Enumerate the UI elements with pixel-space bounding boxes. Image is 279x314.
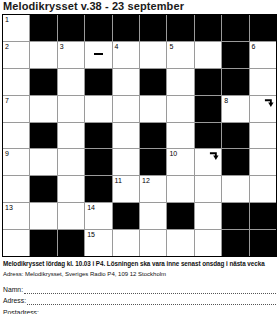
cell-r7c2 [30,176,56,202]
cell-r1c1[interactable]: 1 [3,15,29,41]
cell-r3c9 [222,69,248,95]
form-field-postadress: Postadress: [3,305,276,314]
crossword-grid: 123456789101112131415 [2,14,277,257]
page-title: Melodikrysset v.38 - 23 september [3,0,184,12]
postadress-dotted-line [40,309,276,314]
clue-number: 14 [87,203,95,212]
cell-r8c8[interactable] [195,203,221,229]
cell-r4c7[interactable] [167,96,193,122]
dash-symbol [94,53,103,56]
cell-r4c5[interactable] [113,96,139,122]
cell-r3c5[interactable] [113,69,139,95]
clue-number: 15 [87,230,95,239]
cell-r7c8[interactable] [195,176,221,202]
cell-r6c8[interactable] [195,149,221,175]
namn-label: Namn: [3,286,24,294]
cell-r4c1[interactable]: 7 [3,96,29,122]
cell-r9c8[interactable] [195,230,221,256]
clue-number: 12 [142,176,150,185]
cell-r4c6[interactable] [140,96,166,122]
down-arrow-icon [209,150,220,161]
cell-r1c9 [222,15,248,41]
footer: Melodikrysset lördag kl. 10.03 i P4. Lös… [3,260,276,314]
cell-r5c9 [222,123,248,149]
cell-r3c6 [140,69,166,95]
cell-r1c3 [58,15,84,41]
cell-r2c10[interactable]: 6 [250,42,276,68]
cell-r2c8[interactable] [195,42,221,68]
cell-r1c6 [140,15,166,41]
cell-r9c4[interactable]: 15 [85,230,111,256]
clue-number: 2 [5,42,9,51]
cell-r6c3[interactable] [58,149,84,175]
cell-r2c9 [222,42,248,68]
cell-r4c10[interactable] [250,96,276,122]
cell-r5c8 [195,123,221,149]
postadress-label: Postadress: [3,309,40,314]
cell-r4c8 [195,96,221,122]
cell-r6c10[interactable] [250,149,276,175]
cell-r5c10[interactable] [250,123,276,149]
cell-r6c5[interactable] [113,149,139,175]
cell-r5c4 [85,123,111,149]
cell-r9c1[interactable] [3,230,29,256]
cell-r8c2[interactable] [30,203,56,229]
cell-r5c3[interactable] [58,123,84,149]
cell-r1c2 [30,15,56,41]
cell-r7c5[interactable]: 11 [113,176,139,202]
cell-r3c1[interactable] [3,69,29,95]
clue-number: 1 [5,15,9,24]
clue-number: 5 [169,42,173,51]
clue-number: 3 [60,42,64,51]
cell-r5c2 [30,123,56,149]
cell-r8c9 [222,203,248,229]
cell-r7c3[interactable] [58,176,84,202]
clue-number: 7 [5,96,9,105]
melodikrysset-page: Melodikrysset v.38 - 23 september 123456… [0,0,279,314]
cell-r6c6 [140,149,166,175]
cell-r3c4 [85,69,111,95]
cell-r3c2 [30,69,56,95]
cell-r2c2[interactable] [30,42,56,68]
cell-r7c7[interactable] [167,176,193,202]
namn-dotted-line [24,286,276,294]
cell-r8c10 [250,203,276,229]
form-field-adress: Adress: [3,294,276,306]
cell-r9c7[interactable] [167,230,193,256]
cell-r6c1[interactable]: 9 [3,149,29,175]
clue-number: 9 [5,149,9,158]
cell-r9c10 [250,230,276,256]
cell-r8c3[interactable] [58,203,84,229]
cell-r7c9[interactable] [222,176,248,202]
cell-r4c3[interactable] [58,96,84,122]
cell-r7c1[interactable] [3,176,29,202]
cell-r9c9 [222,230,248,256]
clue-number: 11 [115,176,122,185]
cell-r5c1[interactable] [3,123,29,149]
cell-r8c4[interactable]: 14 [85,203,111,229]
broadcast-info: Melodikrysset lördag kl. 10.03 i P4. Lös… [3,260,276,267]
cell-r3c10[interactable] [250,69,276,95]
cell-r1c5 [113,15,139,41]
cell-r2c3[interactable]: 3 [58,42,84,68]
cell-r6c7[interactable]: 10 [167,149,193,175]
cell-r9c6[interactable] [140,230,166,256]
cell-r8c1[interactable]: 13 [3,203,29,229]
cell-r5c6 [140,123,166,149]
cell-r5c5[interactable] [113,123,139,149]
clue-number: 13 [5,203,13,212]
cell-r2c7[interactable]: 5 [167,42,193,68]
cell-r3c7[interactable] [167,69,193,95]
address-info: Adress: Melodikrysset, Sveriges Radio P4… [3,271,276,277]
cell-r4c4[interactable] [85,96,111,122]
cell-r9c3 [58,230,84,256]
cell-r2c6[interactable] [140,42,166,68]
cell-r3c8 [195,69,221,95]
cell-r7c4 [85,176,111,202]
cell-r9c2 [30,230,56,256]
form-field-namn: Namn: [3,282,276,294]
cell-r8c7 [167,203,193,229]
cell-r6c9 [222,149,248,175]
cell-r5c7[interactable] [167,123,193,149]
clue-number: 10 [169,149,177,158]
cell-r8c5 [113,203,139,229]
cell-r4c9[interactable]: 8 [222,96,248,122]
cell-r7c6[interactable]: 12 [140,176,166,202]
cell-r1c8 [195,15,221,41]
cell-r1c7 [167,15,193,41]
cell-r4c2[interactable] [30,96,56,122]
clue-number: 4 [115,42,119,51]
cell-r2c1[interactable]: 2 [3,42,29,68]
cell-r7c10[interactable] [250,176,276,202]
adress-dotted-line [27,297,276,305]
cell-r9c5[interactable] [113,230,139,256]
cell-r3c3[interactable] [58,69,84,95]
down-arrow-icon [264,97,275,108]
cell-r6c4 [85,149,111,175]
cell-r8c6[interactable] [140,203,166,229]
cell-r6c2[interactable] [30,149,56,175]
cell-r2c5[interactable]: 4 [113,42,139,68]
adress-label: Adress: [3,297,27,305]
clue-number: 6 [252,42,256,51]
clue-number: 8 [224,96,228,105]
cell-r1c10 [250,15,276,41]
cell-r2c4[interactable] [85,42,111,68]
cell-r1c4 [85,15,111,41]
